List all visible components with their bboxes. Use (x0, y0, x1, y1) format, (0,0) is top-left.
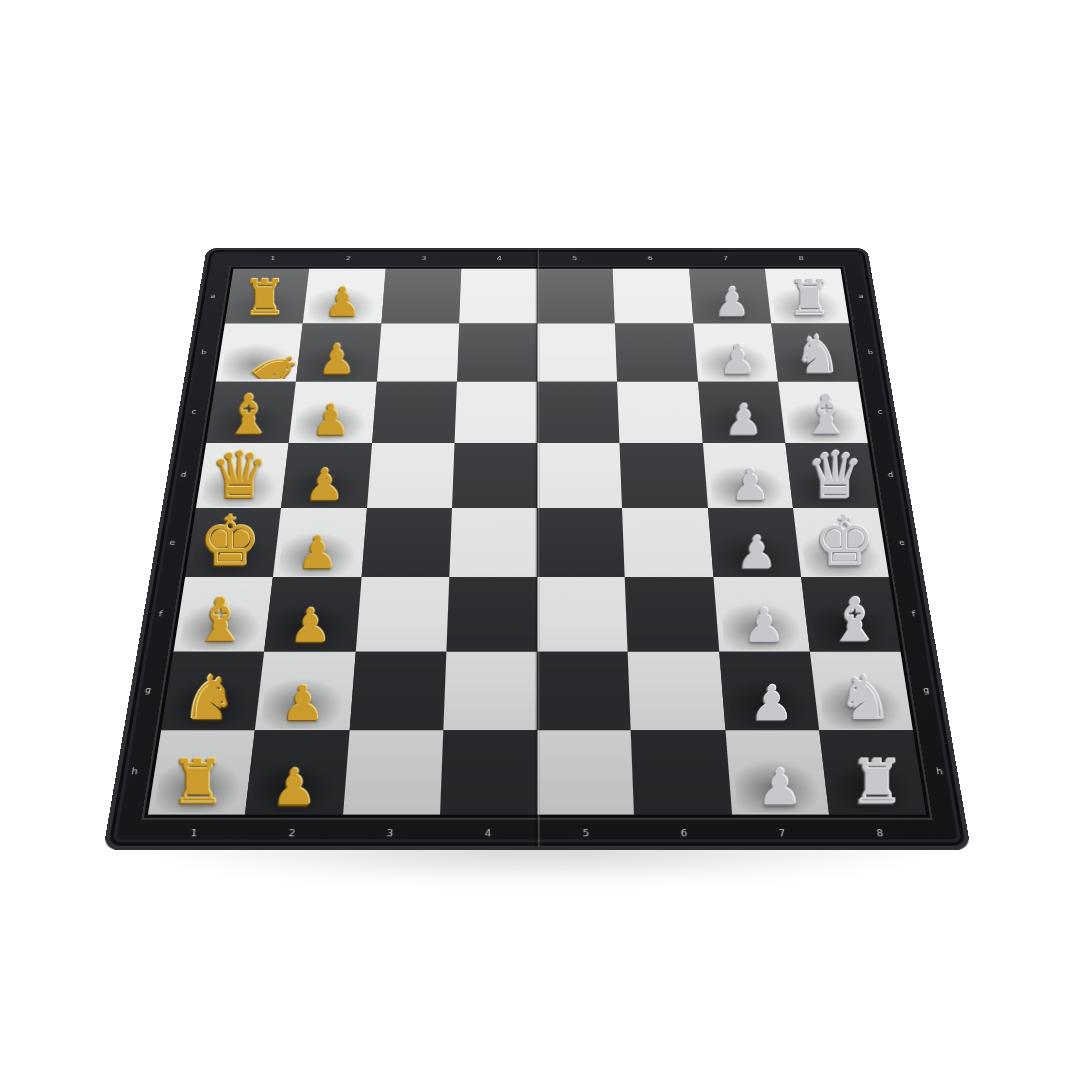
square-h2: ♟ (245, 730, 349, 814)
coord-label: 5 (572, 255, 577, 261)
square-c4 (454, 381, 537, 442)
coord-label: 2 (288, 828, 296, 838)
coord-label: 8 (876, 828, 884, 838)
square-a5 (537, 269, 615, 324)
square-b5 (537, 324, 617, 382)
square-a4 (459, 269, 537, 324)
piece-gold-pawn: ♟ (221, 646, 367, 811)
square-h4 (440, 730, 537, 814)
square-c5 (537, 381, 620, 442)
square-h8: ♜ (819, 730, 926, 814)
square-e4 (449, 508, 537, 577)
square-b4 (457, 324, 537, 382)
square-d5 (537, 443, 622, 508)
coord-label: 7 (778, 828, 786, 838)
coord-label: 4 (485, 828, 492, 838)
product-photo: ♜♟♟♜♞♟♟♞♝♟♟♝♛♟♟♛♚♟♟♚♝♟♟♝♞♟♟♞♜♟♟♜ 1234567… (0, 0, 1080, 1080)
piece-silver-rook: ♜ (804, 646, 950, 811)
square-f4 (446, 577, 537, 651)
square-g4 (443, 651, 537, 730)
square-f5 (537, 577, 628, 651)
square-h5 (537, 730, 634, 814)
square-e5 (537, 508, 625, 577)
coord-label: 5 (583, 828, 590, 838)
coord-label: 1 (190, 828, 198, 838)
board-frame: ♜♟♟♜♞♟♟♞♝♟♟♝♛♟♟♛♚♟♟♚♝♟♟♝♞♟♟♞♜♟♟♜ 1234567… (103, 248, 971, 850)
square-g5 (537, 651, 631, 730)
coord-label: 6 (647, 255, 652, 261)
coord-label: 3 (386, 828, 393, 838)
square-d4 (452, 443, 537, 508)
chess-board: ♜♟♟♜♞♟♟♞♝♟♟♝♛♟♟♛♚♟♟♚♝♟♟♝♞♟♟♞♜♟♟♜ 1234567… (103, 248, 971, 850)
coord-label: 6 (680, 828, 687, 838)
coord-label: 4 (497, 255, 502, 261)
coord-label: 3 (421, 255, 426, 261)
